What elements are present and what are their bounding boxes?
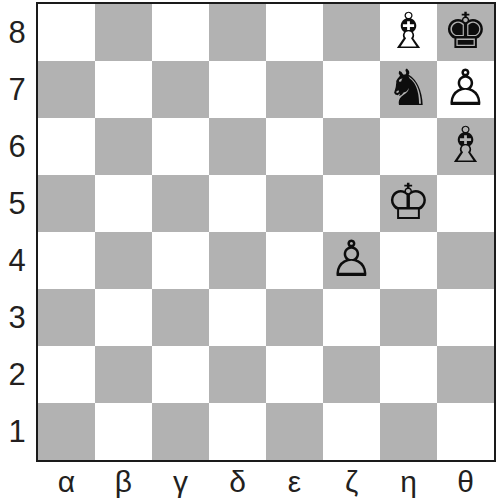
square-ζ8[interactable] <box>323 4 380 61</box>
file-label-5: ε <box>266 462 323 500</box>
square-γ4[interactable] <box>152 232 209 289</box>
square-γ1[interactable] <box>152 403 209 460</box>
square-β6[interactable] <box>95 118 152 175</box>
square-α4[interactable] <box>38 232 95 289</box>
square-β5[interactable] <box>95 175 152 232</box>
rank-label-2: 2 <box>0 346 34 403</box>
rank-label-5: 5 <box>0 175 34 232</box>
chess-board-frame: ♗♚♞♙♗♔♙ <box>36 2 496 462</box>
square-α3[interactable] <box>38 289 95 346</box>
square-γ6[interactable] <box>152 118 209 175</box>
white-king-piece[interactable]: ♔ <box>380 175 437 232</box>
square-θ5[interactable] <box>437 175 494 232</box>
square-θ1[interactable] <box>437 403 494 460</box>
file-label-8: θ <box>437 462 494 500</box>
rank-label-7: 7 <box>0 61 34 118</box>
square-ζ6[interactable] <box>323 118 380 175</box>
square-θ8[interactable]: ♚ <box>437 4 494 61</box>
white-pawn-piece[interactable]: ♙ <box>323 232 380 289</box>
chess-diagram: 87654321 ♗♚♞♙♗♔♙ αβγδεζηθ <box>0 0 500 500</box>
square-η7[interactable]: ♞ <box>380 61 437 118</box>
white-bishop-piece[interactable]: ♗ <box>380 4 437 61</box>
square-α5[interactable] <box>38 175 95 232</box>
square-ε1[interactable] <box>266 403 323 460</box>
rank-labels: 87654321 <box>0 4 34 460</box>
file-label-4: δ <box>209 462 266 500</box>
square-δ6[interactable] <box>209 118 266 175</box>
square-δ1[interactable] <box>209 403 266 460</box>
file-labels: αβγδεζηθ <box>38 462 494 500</box>
square-δ4[interactable] <box>209 232 266 289</box>
square-ε3[interactable] <box>266 289 323 346</box>
square-β2[interactable] <box>95 346 152 403</box>
square-η8[interactable]: ♗ <box>380 4 437 61</box>
chess-board: ♗♚♞♙♗♔♙ <box>38 4 494 460</box>
square-η4[interactable] <box>380 232 437 289</box>
square-ζ7[interactable] <box>323 61 380 118</box>
square-δ7[interactable] <box>209 61 266 118</box>
square-α8[interactable] <box>38 4 95 61</box>
square-α1[interactable] <box>38 403 95 460</box>
square-γ8[interactable] <box>152 4 209 61</box>
square-β1[interactable] <box>95 403 152 460</box>
white-pawn-piece[interactable]: ♙ <box>437 61 494 118</box>
square-η1[interactable] <box>380 403 437 460</box>
square-δ8[interactable] <box>209 4 266 61</box>
file-label-7: η <box>380 462 437 500</box>
rank-label-6: 6 <box>0 118 34 175</box>
square-θ6[interactable]: ♗ <box>437 118 494 175</box>
rank-label-4: 4 <box>0 232 34 289</box>
square-ζ1[interactable] <box>323 403 380 460</box>
square-δ5[interactable] <box>209 175 266 232</box>
file-label-6: ζ <box>323 462 380 500</box>
square-ζ5[interactable] <box>323 175 380 232</box>
square-θ3[interactable] <box>437 289 494 346</box>
square-γ3[interactable] <box>152 289 209 346</box>
rank-label-1: 1 <box>0 403 34 460</box>
square-ε4[interactable] <box>266 232 323 289</box>
square-α2[interactable] <box>38 346 95 403</box>
square-η2[interactable] <box>380 346 437 403</box>
square-η3[interactable] <box>380 289 437 346</box>
file-label-1: α <box>38 462 95 500</box>
square-α7[interactable] <box>38 61 95 118</box>
rank-label-3: 3 <box>0 289 34 346</box>
square-ε6[interactable] <box>266 118 323 175</box>
square-δ2[interactable] <box>209 346 266 403</box>
square-ζ4[interactable]: ♙ <box>323 232 380 289</box>
square-ε7[interactable] <box>266 61 323 118</box>
square-β8[interactable] <box>95 4 152 61</box>
square-α6[interactable] <box>38 118 95 175</box>
white-bishop-piece[interactable]: ♗ <box>437 118 494 175</box>
square-θ4[interactable] <box>437 232 494 289</box>
square-η5[interactable]: ♔ <box>380 175 437 232</box>
square-ε8[interactable] <box>266 4 323 61</box>
square-γ7[interactable] <box>152 61 209 118</box>
square-ε2[interactable] <box>266 346 323 403</box>
square-θ7[interactable]: ♙ <box>437 61 494 118</box>
square-δ3[interactable] <box>209 289 266 346</box>
file-label-3: γ <box>152 462 209 500</box>
square-β3[interactable] <box>95 289 152 346</box>
square-β7[interactable] <box>95 61 152 118</box>
square-ζ2[interactable] <box>323 346 380 403</box>
square-θ2[interactable] <box>437 346 494 403</box>
square-γ2[interactable] <box>152 346 209 403</box>
square-ζ3[interactable] <box>323 289 380 346</box>
square-γ5[interactable] <box>152 175 209 232</box>
black-king-piece[interactable]: ♚ <box>437 4 494 61</box>
square-η6[interactable] <box>380 118 437 175</box>
rank-label-8: 8 <box>0 4 34 61</box>
black-knight-piece[interactable]: ♞ <box>380 61 437 118</box>
file-label-2: β <box>95 462 152 500</box>
square-β4[interactable] <box>95 232 152 289</box>
square-ε5[interactable] <box>266 175 323 232</box>
